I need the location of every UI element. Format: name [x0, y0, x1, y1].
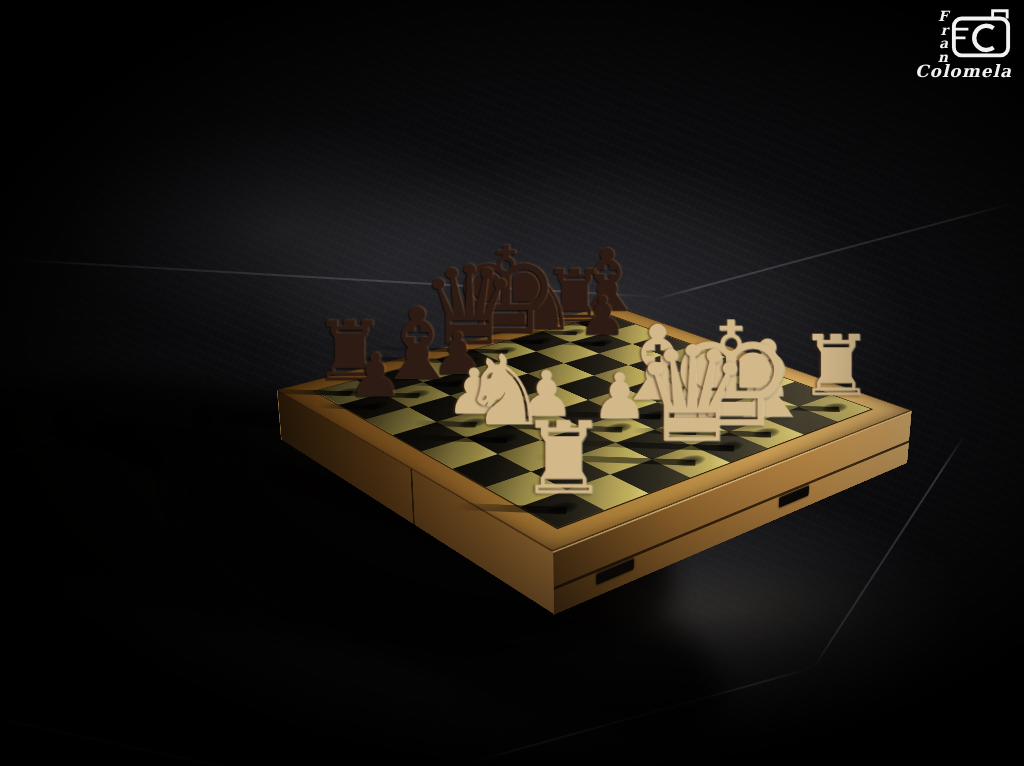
white-queen: ♛ [633, 329, 751, 461]
watermark-first-name: Fran [934, 10, 948, 65]
white-rook: ♜ [519, 409, 609, 509]
black-pawn: ♟ [348, 346, 402, 407]
chess-board: ♜♛♚♞♜♝♟♝♟♟♟♞♟♟♝♟♟♜♛♚♝♜ [277, 305, 912, 552]
watermark: Fran Colomela [915, 6, 1012, 81]
perspective-wrapper: ♜♛♚♞♜♝♟♝♟♟♟♞♟♟♝♟♟♜♛♚♝♜ [0, 0, 1024, 766]
watermark-last-name: Colomela [915, 61, 1012, 81]
box-lid-seam [410, 468, 414, 525]
photo-scene: ♜♛♚♞♜♝♟♝♟♟♟♞♟♟♝♟♟♜♛♚♝♜ Fran [0, 0, 1024, 766]
camera-logo-icon [950, 6, 1012, 62]
